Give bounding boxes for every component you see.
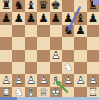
square-d6[interactable] — [37, 25, 49, 37]
square-b5[interactable] — [12, 37, 24, 49]
square-d7[interactable]: ♟ — [37, 12, 49, 24]
square-b6[interactable] — [12, 25, 24, 37]
piece-black-pawn-b7[interactable]: ♟ — [12, 12, 24, 24]
square-a5[interactable] — [0, 37, 12, 49]
piece-black-pawn-a7[interactable]: ♟ — [0, 12, 12, 24]
square-b4[interactable] — [12, 50, 24, 62]
square-c7[interactable]: ♟ — [25, 12, 37, 24]
piece-white-pawn-e4[interactable]: ♟♙ — [50, 50, 62, 62]
window-bottom-edge-left — [0, 97, 17, 100]
square-a6[interactable] — [0, 25, 12, 37]
square-f2[interactable]: ♟♙ — [62, 74, 74, 86]
square-c5[interactable] — [25, 37, 37, 49]
piece-white-pawn-g2[interactable]: ♟♙ — [74, 74, 86, 86]
chess-board[interactable]: ♜♞♝♛♚♜♟♟♟♟♟♟♝♟♞♟♟♙♞♘♟♙♟♙♟♙♟♙♝♗♟♙♟♙♟♙♜♖♞♘… — [0, 0, 99, 99]
piece-black-pawn-g6[interactable]: ♟ — [74, 25, 86, 37]
square-b7[interactable]: ♟ — [12, 12, 24, 24]
square-e7[interactable]: ♟ — [50, 12, 62, 24]
square-a4[interactable] — [0, 50, 12, 62]
square-f6[interactable]: ♞ — [62, 25, 74, 37]
square-g4[interactable] — [74, 50, 86, 62]
square-d4[interactable] — [37, 50, 49, 62]
square-e6[interactable] — [50, 25, 62, 37]
ui-fragment-top-right — [93, 0, 99, 5]
square-h6[interactable] — [87, 25, 99, 37]
piece-black-pawn-d7[interactable]: ♟ — [37, 12, 49, 24]
square-h4[interactable] — [87, 50, 99, 62]
piece-black-pawn-c7[interactable]: ♟ — [25, 12, 37, 24]
piece-black-pawn-h7[interactable]: ♟ — [87, 12, 99, 24]
chess-app-stage: ♜♞♝♛♚♜♟♟♟♟♟♟♝♟♞♟♟♙♞♘♟♙♟♙♟♙♟♙♝♗♟♙♟♙♟♙♜♖♞♘… — [0, 0, 99, 100]
square-c4[interactable] — [25, 50, 37, 62]
square-h5[interactable] — [87, 37, 99, 49]
square-e4[interactable]: ♟♙ — [50, 50, 62, 62]
piece-white-pawn-f2[interactable]: ♟♙ — [62, 74, 74, 86]
square-g6[interactable]: ♟ — [74, 25, 86, 37]
square-a7[interactable]: ♟ — [0, 12, 12, 24]
square-d5[interactable] — [37, 37, 49, 49]
square-c6[interactable] — [25, 25, 37, 37]
square-g2[interactable]: ♟♙ — [74, 74, 86, 86]
piece-black-pawn-e7[interactable]: ♟ — [50, 12, 62, 24]
piece-black-knight-f6[interactable]: ♞ — [62, 25, 74, 37]
square-g5[interactable] — [74, 37, 86, 49]
square-f5[interactable] — [62, 37, 74, 49]
square-h7[interactable]: ♟ — [87, 12, 99, 24]
